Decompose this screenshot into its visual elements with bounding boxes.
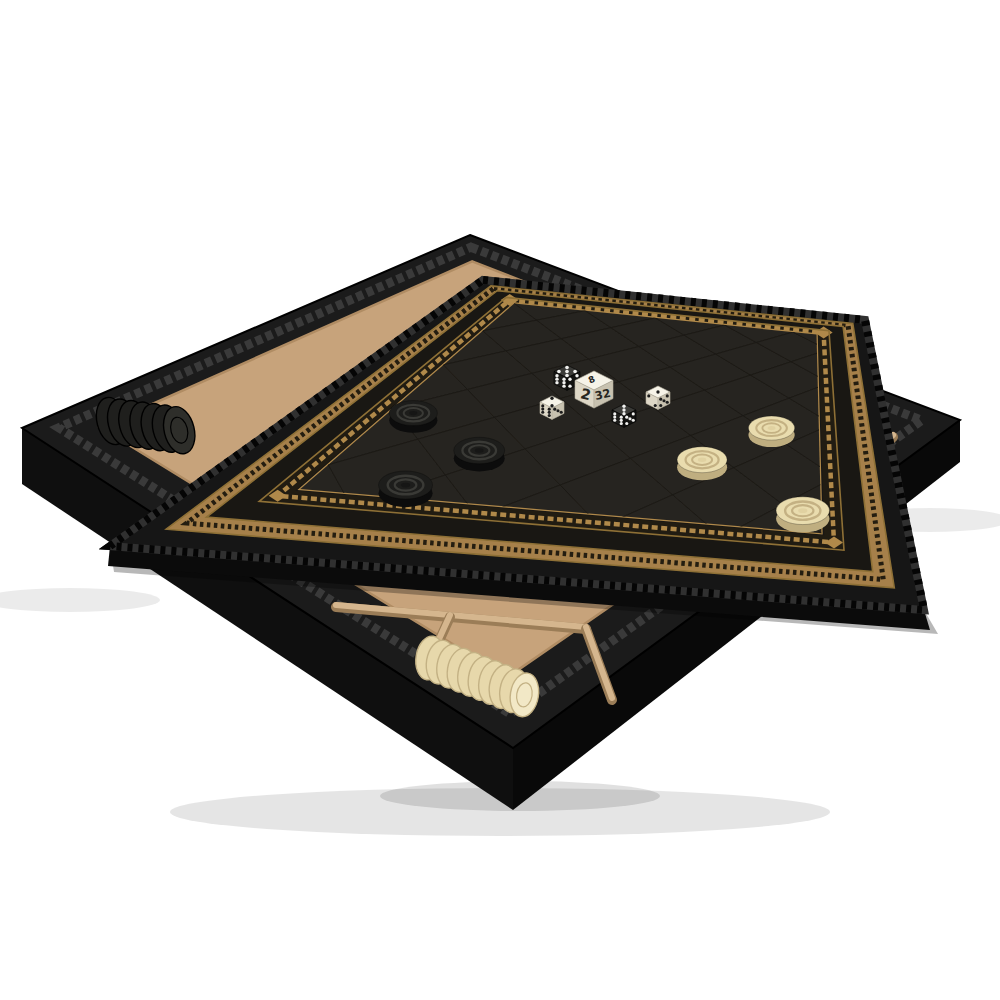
- ivory-checker-2: [677, 447, 727, 481]
- black-checker-2: [454, 437, 505, 471]
- black-checker-3: [379, 471, 433, 507]
- ivory-checker-1: [748, 416, 794, 447]
- game-board: [108, 280, 938, 634]
- ivory-checker-3: [776, 497, 829, 533]
- product-photo-checkers-set: 2328: [0, 0, 1000, 1000]
- black-checker-1: [389, 401, 437, 433]
- scene-svg: 2328: [0, 0, 1000, 1000]
